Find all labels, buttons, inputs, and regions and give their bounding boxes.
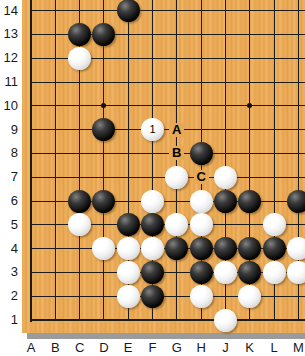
black-stone — [238, 190, 261, 213]
row-label-8: 8 — [0, 145, 18, 161]
white-stone — [165, 166, 188, 189]
black-stone — [141, 261, 164, 284]
column-label-E: E — [120, 340, 136, 355]
black-stone — [214, 190, 237, 213]
row-label-4: 4 — [0, 241, 18, 257]
column-label-M: M — [290, 340, 305, 355]
black-stone — [263, 237, 286, 260]
grid-line-horizontal — [30, 153, 305, 154]
row-label-10: 10 — [0, 98, 18, 114]
white-stone: 1 — [141, 118, 164, 141]
column-label-H: H — [193, 340, 209, 355]
black-stone — [190, 261, 213, 284]
black-stone — [287, 190, 305, 213]
row-label-13: 13 — [0, 26, 18, 42]
row-label-2: 2 — [0, 288, 18, 304]
grid-line-horizontal — [30, 296, 305, 297]
row-label-6: 6 — [0, 193, 18, 209]
row-label-7: 7 — [0, 169, 18, 185]
column-label-G: G — [169, 340, 185, 355]
black-stone — [92, 190, 115, 213]
grid-line-horizontal — [30, 82, 305, 83]
row-label-12: 12 — [0, 50, 18, 66]
white-stone — [68, 47, 91, 70]
black-stone — [190, 237, 213, 260]
black-stone — [141, 285, 164, 308]
white-stone — [214, 166, 237, 189]
white-stone — [238, 285, 261, 308]
row-label-5: 5 — [0, 217, 18, 233]
go-board[interactable] — [22, 0, 305, 333]
white-stone — [263, 261, 286, 284]
grid-line-horizontal — [30, 10, 305, 11]
white-stone — [117, 237, 140, 260]
column-label-C: C — [72, 340, 88, 355]
go-diagram: 1ABC1413121110987654321ABCDEFGHJKLM — [0, 0, 305, 356]
row-label-1: 1 — [0, 312, 18, 328]
row-label-11: 11 — [0, 74, 18, 90]
black-stone — [190, 142, 213, 165]
column-label-F: F — [145, 340, 161, 355]
column-label-K: K — [242, 340, 258, 355]
row-label-14: 14 — [0, 3, 18, 19]
row-label-3: 3 — [0, 264, 18, 280]
white-stone — [190, 285, 213, 308]
row-label-9: 9 — [0, 122, 18, 138]
black-stone — [117, 0, 140, 22]
black-stone — [214, 237, 237, 260]
point-label-B: B — [169, 146, 184, 160]
black-stone — [68, 23, 91, 46]
white-stone — [117, 285, 140, 308]
black-stone — [238, 261, 261, 284]
column-label-A: A — [23, 340, 39, 355]
point-label-C: C — [194, 170, 209, 184]
white-stone — [287, 261, 305, 284]
column-label-J: J — [217, 340, 233, 355]
point-label-A: A — [169, 123, 184, 137]
column-label-D: D — [96, 340, 112, 355]
white-stone — [190, 213, 213, 236]
board-shadow — [27, 333, 305, 339]
column-label-B: B — [47, 340, 63, 355]
grid-line-horizontal — [30, 129, 305, 130]
column-label-L: L — [266, 340, 282, 355]
white-stone — [287, 237, 305, 260]
black-stone — [68, 190, 91, 213]
white-stone — [141, 190, 164, 213]
white-stone — [214, 261, 237, 284]
white-stone — [214, 309, 237, 332]
white-stone — [263, 213, 286, 236]
white-stone — [117, 261, 140, 284]
grid-line-horizontal — [30, 105, 305, 106]
white-stone — [141, 237, 164, 260]
white-stone — [190, 190, 213, 213]
grid-line-vertical — [30, 0, 32, 322]
grid-line-horizontal — [30, 319, 305, 321]
black-stone — [117, 213, 140, 236]
